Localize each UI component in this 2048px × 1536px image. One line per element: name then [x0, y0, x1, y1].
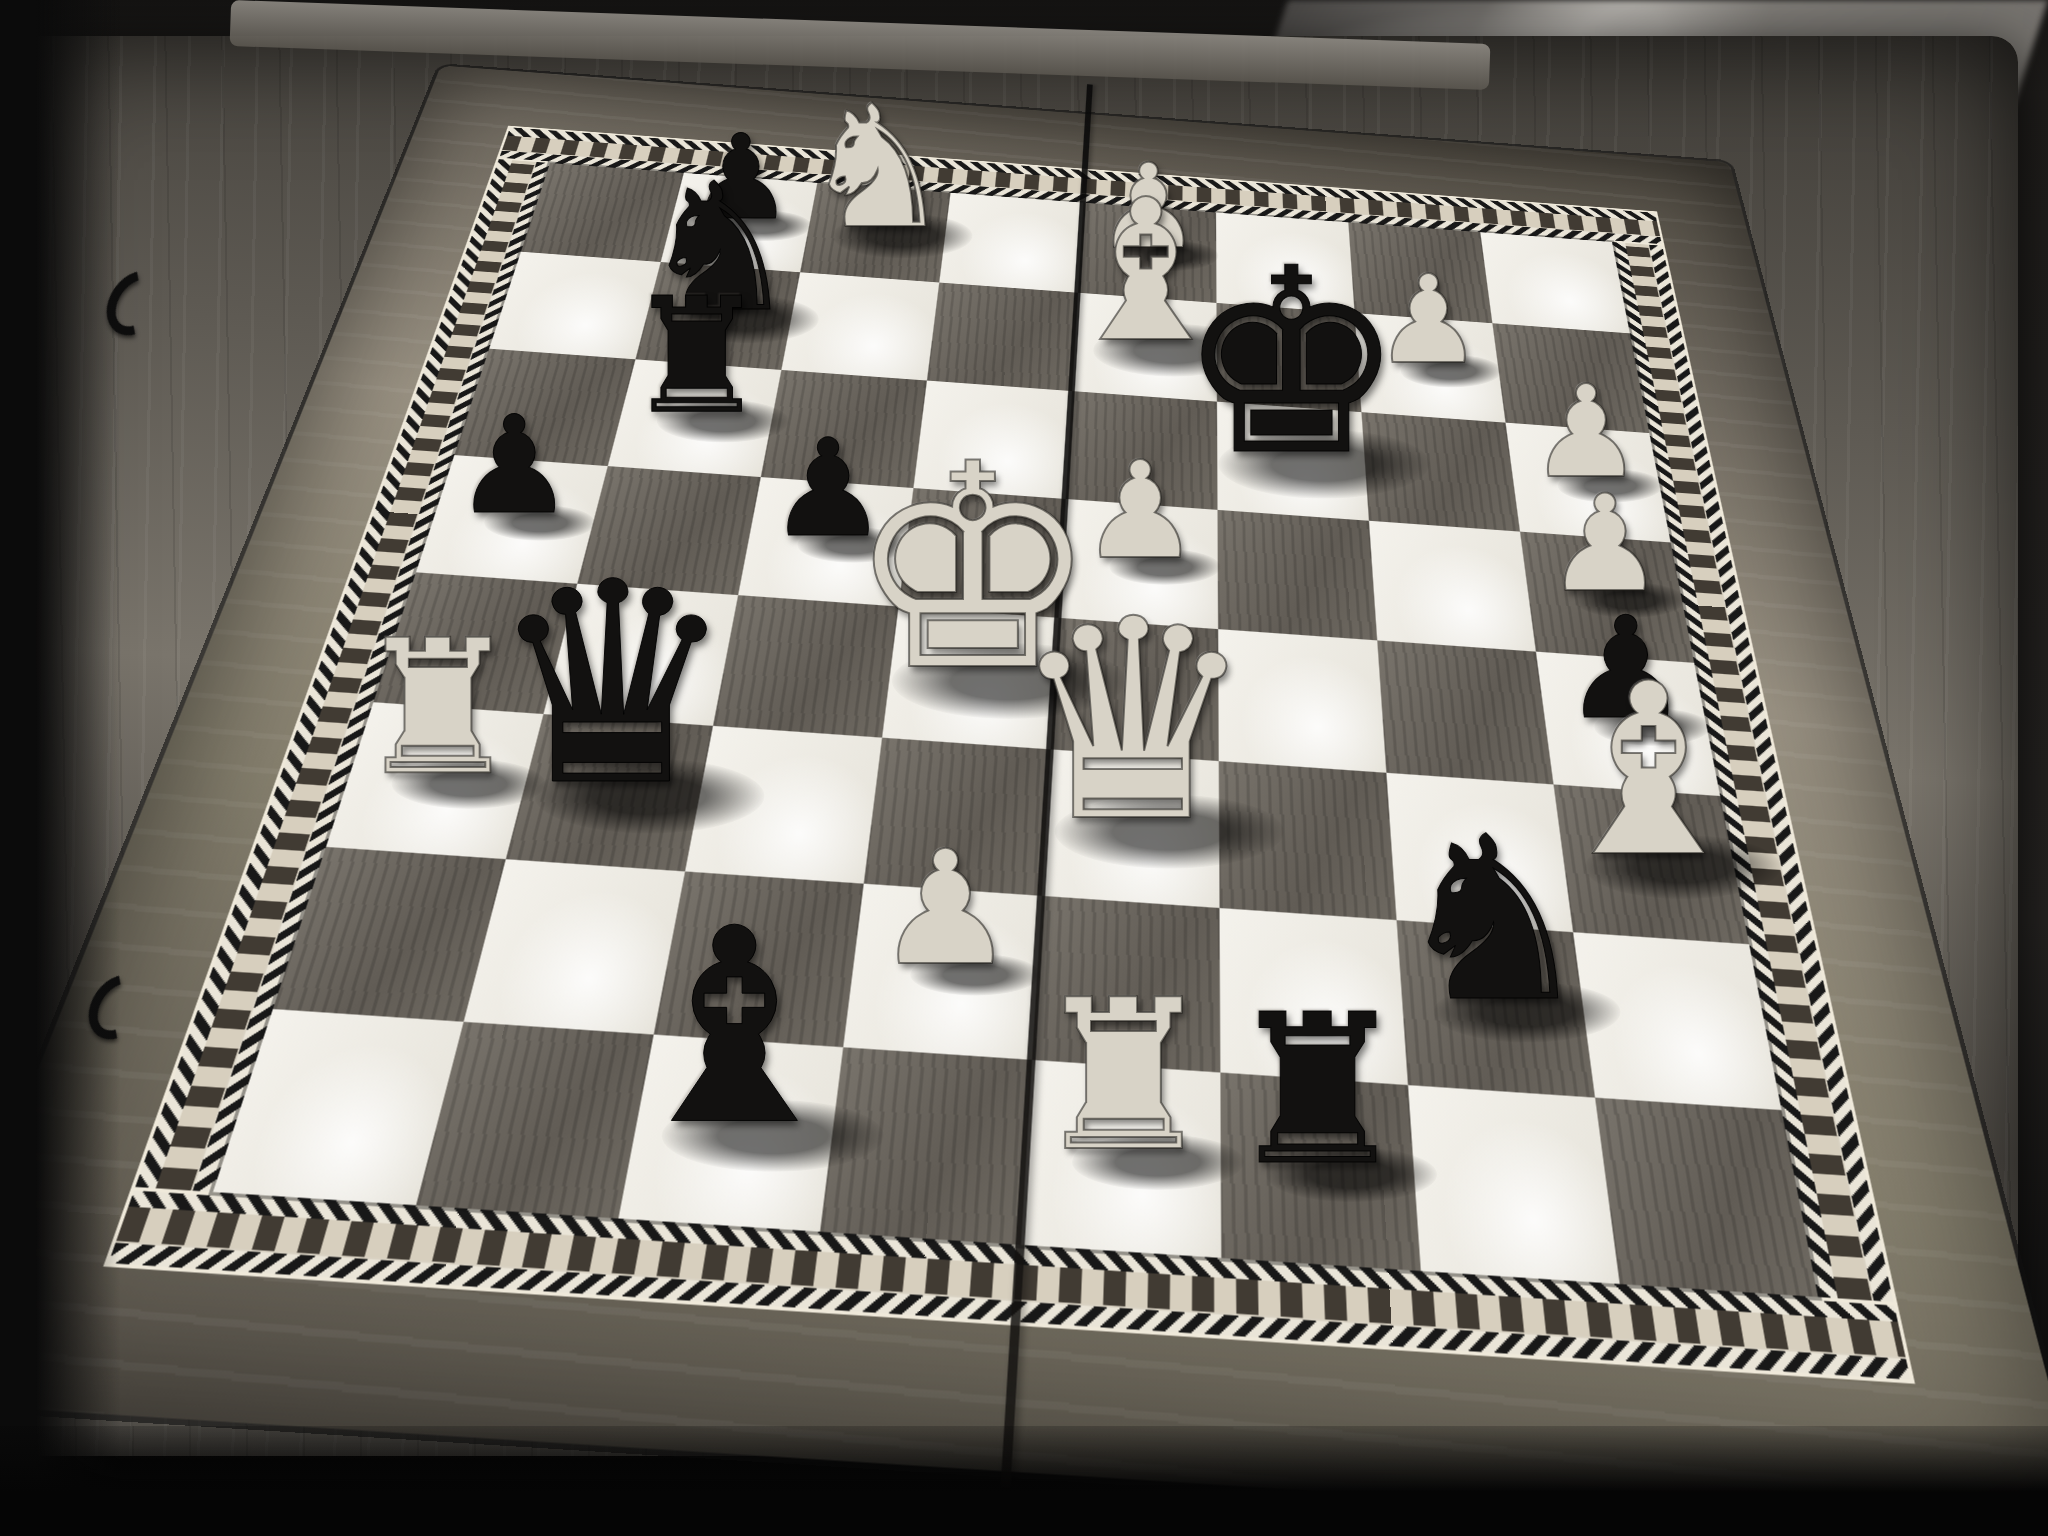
piece-black-rook-f1[interactable]: ♜	[1225, 986, 1411, 1193]
square-h1[interactable]	[1595, 1098, 1818, 1297]
piece-white-rook-e1[interactable]: ♜	[1031, 973, 1217, 1181]
piece-black-bishop-c1[interactable]: ♝	[614, 894, 855, 1163]
piece-white-queen-e3[interactable]: ♛	[1009, 583, 1257, 860]
shadow-vignette-left	[0, 0, 120, 1536]
square-g5[interactable]	[1369, 521, 1536, 652]
photo-scene: ♟♞♟♞♝♟♜♚♟♟♟♟♟♚♟♜♛♛♝♟♞♝♜♜	[0, 0, 2048, 1536]
piece-white-knight-c8[interactable]: ♞	[801, 83, 952, 252]
piece-black-king-f6[interactable]: ♚	[1177, 235, 1406, 491]
piece-white-pawn-d2[interactable]: ♟	[875, 830, 1017, 988]
square-h8[interactable]	[1480, 232, 1630, 333]
floor-shadow	[0, 1426, 2048, 1536]
piece-black-pawn-a5[interactable]: ♟	[454, 399, 575, 534]
piece-black-rook-b6[interactable]: ♜	[625, 277, 768, 436]
square-d7[interactable]	[927, 283, 1078, 392]
square-g1[interactable]	[1408, 1085, 1620, 1284]
square-g4[interactable]	[1377, 640, 1553, 784]
square-c7[interactable]	[781, 272, 939, 380]
piece-black-queen-b3[interactable]: ♛	[488, 546, 738, 824]
square-h2[interactable]	[1573, 932, 1781, 1110]
piece-black-knight-g2[interactable]: ♞	[1392, 807, 1595, 1033]
